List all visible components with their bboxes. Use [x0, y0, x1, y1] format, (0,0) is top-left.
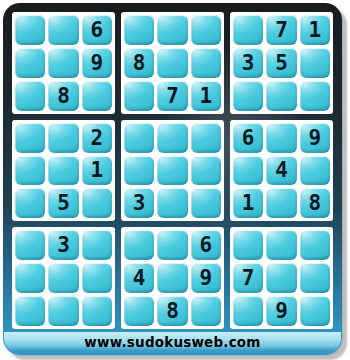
given-digit: 9 — [275, 300, 288, 322]
box-r2c3: 69418 — [230, 120, 333, 222]
sudoku-page: 69887171352153694183649879 www.sudokuswe… — [0, 0, 350, 360]
cell-r7c7[interactable] — [233, 230, 263, 260]
cell-r5c2[interactable] — [48, 156, 78, 186]
cell-r9c6[interactable] — [191, 296, 221, 326]
cell-r6c8[interactable] — [266, 188, 296, 218]
given-digit: 8 — [57, 85, 70, 107]
given-digit: 2 — [91, 127, 104, 149]
given-digit: 1 — [200, 85, 213, 107]
cell-r8c9[interactable] — [300, 263, 330, 293]
cell-r7c1[interactable] — [15, 230, 45, 260]
cell-r1c9[interactable]: 1 — [300, 15, 330, 45]
cell-r8c2[interactable] — [48, 263, 78, 293]
cell-r4c5[interactable] — [157, 123, 187, 153]
box-r1c2: 871 — [121, 12, 224, 114]
box-r3c2: 6498 — [121, 227, 224, 329]
cell-r1c1[interactable] — [15, 15, 45, 45]
given-digit: 7 — [242, 267, 255, 289]
cell-r5c5[interactable] — [157, 156, 187, 186]
given-digit: 3 — [242, 52, 255, 74]
cell-r3c4[interactable] — [124, 81, 154, 111]
cell-r5c8[interactable]: 4 — [266, 156, 296, 186]
cell-r9c9[interactable] — [300, 296, 330, 326]
cell-r2c2[interactable] — [48, 48, 78, 78]
cell-r6c9[interactable]: 8 — [300, 188, 330, 218]
cell-r9c7[interactable] — [233, 296, 263, 326]
given-digit: 8 — [166, 300, 179, 322]
cell-r9c1[interactable] — [15, 296, 45, 326]
cell-r4c9[interactable]: 9 — [300, 123, 330, 153]
given-digit: 9 — [309, 127, 322, 149]
cell-r6c1[interactable] — [15, 188, 45, 218]
cell-r7c4[interactable] — [124, 230, 154, 260]
cell-r2c8[interactable]: 5 — [266, 48, 296, 78]
given-digit: 3 — [57, 234, 70, 256]
cell-r8c8[interactable] — [266, 263, 296, 293]
cell-r8c7[interactable]: 7 — [233, 263, 263, 293]
cell-r1c7[interactable] — [233, 15, 263, 45]
cell-r8c3[interactable] — [82, 263, 112, 293]
cell-r1c6[interactable] — [191, 15, 221, 45]
cell-r7c9[interactable] — [300, 230, 330, 260]
box-r3c1: 3 — [12, 227, 115, 329]
cell-r6c3[interactable] — [82, 188, 112, 218]
box-r2c2: 3 — [121, 120, 224, 222]
cell-r3c5[interactable]: 7 — [157, 81, 187, 111]
cell-r2c1[interactable] — [15, 48, 45, 78]
cell-r9c2[interactable] — [48, 296, 78, 326]
given-digit: 4 — [133, 267, 146, 289]
cell-r6c6[interactable] — [191, 188, 221, 218]
given-digit: 3 — [133, 192, 146, 214]
cell-r7c5[interactable] — [157, 230, 187, 260]
cell-r5c7[interactable] — [233, 156, 263, 186]
cell-r9c5[interactable]: 8 — [157, 296, 187, 326]
cell-r7c6[interactable]: 6 — [191, 230, 221, 260]
given-digit: 9 — [91, 52, 104, 74]
given-digit: 9 — [200, 267, 213, 289]
cell-r4c7[interactable]: 6 — [233, 123, 263, 153]
given-digit: 5 — [57, 192, 70, 214]
cell-r4c6[interactable] — [191, 123, 221, 153]
given-digit: 7 — [166, 85, 179, 107]
cell-r5c4[interactable] — [124, 156, 154, 186]
box-r1c1: 698 — [12, 12, 115, 114]
footer-band: www.sudokusweb.com — [4, 332, 341, 354]
cell-r8c6[interactable]: 9 — [191, 263, 221, 293]
given-digit: 8 — [133, 52, 146, 74]
given-digit: 7 — [275, 19, 288, 41]
cell-r7c8[interactable] — [266, 230, 296, 260]
cell-r1c3[interactable]: 6 — [82, 15, 112, 45]
given-digit: 4 — [275, 159, 288, 181]
given-digit: 6 — [200, 234, 213, 256]
cell-r5c9[interactable] — [300, 156, 330, 186]
box-r1c3: 7135 — [230, 12, 333, 114]
given-digit: 1 — [309, 19, 322, 41]
cell-r1c2[interactable] — [48, 15, 78, 45]
box-r2c1: 215 — [12, 120, 115, 222]
sudoku-frame: 69887171352153694183649879 www.sudokuswe… — [3, 3, 342, 355]
cell-r3c8[interactable] — [266, 81, 296, 111]
cell-r6c5[interactable] — [157, 188, 187, 218]
site-link[interactable]: www.sudokusweb.com — [84, 334, 260, 352]
given-digit: 5 — [275, 52, 288, 74]
cell-r5c6[interactable] — [191, 156, 221, 186]
cell-r1c5[interactable] — [157, 15, 187, 45]
cell-r1c4[interactable] — [124, 15, 154, 45]
cell-r3c7[interactable] — [233, 81, 263, 111]
cell-r9c3[interactable] — [82, 296, 112, 326]
cell-r3c3[interactable] — [82, 81, 112, 111]
cell-r6c4[interactable]: 3 — [124, 188, 154, 218]
cell-r8c5[interactable] — [157, 263, 187, 293]
box-r3c3: 79 — [230, 227, 333, 329]
cell-r9c4[interactable] — [124, 296, 154, 326]
cell-r3c1[interactable] — [15, 81, 45, 111]
given-digit: 6 — [91, 19, 104, 41]
cell-r2c7[interactable]: 3 — [233, 48, 263, 78]
cell-r2c5[interactable] — [157, 48, 187, 78]
sudoku-board: 69887171352153694183649879 — [12, 12, 333, 329]
cell-r4c3[interactable]: 2 — [82, 123, 112, 153]
cell-r7c3[interactable] — [82, 230, 112, 260]
cell-r6c2[interactable]: 5 — [48, 188, 78, 218]
cell-r9c8[interactable]: 9 — [266, 296, 296, 326]
cell-r2c9[interactable] — [300, 48, 330, 78]
cell-r4c2[interactable] — [48, 123, 78, 153]
cell-r2c3[interactable]: 9 — [82, 48, 112, 78]
cell-r2c6[interactable] — [191, 48, 221, 78]
cell-r6c7[interactable]: 1 — [233, 188, 263, 218]
cell-r4c1[interactable] — [15, 123, 45, 153]
cell-r5c1[interactable] — [15, 156, 45, 186]
cell-r2c4[interactable]: 8 — [124, 48, 154, 78]
cell-r3c9[interactable] — [300, 81, 330, 111]
cell-r5c3[interactable]: 1 — [82, 156, 112, 186]
cell-r8c4[interactable]: 4 — [124, 263, 154, 293]
given-digit: 1 — [91, 159, 104, 181]
given-digit: 1 — [242, 192, 255, 214]
cell-r8c1[interactable] — [15, 263, 45, 293]
cell-r1c8[interactable]: 7 — [266, 15, 296, 45]
given-digit: 6 — [242, 127, 255, 149]
given-digit: 8 — [309, 192, 322, 214]
cell-r4c4[interactable] — [124, 123, 154, 153]
cell-r3c6[interactable]: 1 — [191, 81, 221, 111]
cell-r4c8[interactable] — [266, 123, 296, 153]
cell-r7c2[interactable]: 3 — [48, 230, 78, 260]
cell-r3c2[interactable]: 8 — [48, 81, 78, 111]
